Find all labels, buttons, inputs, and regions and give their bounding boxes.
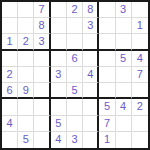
cell-r3c5[interactable] [67, 34, 83, 50]
cell-r1c6[interactable]: 8 [83, 2, 99, 18]
cell-r5c8[interactable] [116, 67, 132, 83]
cell-r4c4[interactable] [51, 51, 67, 67]
cell-r4c5[interactable]: 6 [67, 51, 83, 67]
cell-r9c7[interactable]: 1 [99, 132, 115, 148]
cell-r8c8[interactable] [116, 116, 132, 132]
cell-r6c1[interactable]: 6 [2, 83, 18, 99]
cell-r3c8[interactable] [116, 34, 132, 50]
cell-r5c3[interactable] [34, 67, 50, 83]
cell-r3c3[interactable]: 3 [34, 34, 50, 50]
cell-r1c2[interactable] [18, 2, 34, 18]
cell-r2c2[interactable] [18, 18, 34, 34]
cell-r1c1[interactable] [2, 2, 18, 18]
cell-r3c4[interactable] [51, 34, 67, 50]
cell-r5c7[interactable] [99, 67, 115, 83]
cell-r2c4[interactable] [51, 18, 67, 34]
cell-r9c2[interactable]: 5 [18, 132, 34, 148]
cell-r3c1[interactable]: 1 [2, 34, 18, 50]
cell-r9c3[interactable] [34, 132, 50, 148]
cell-r3c6[interactable] [83, 34, 99, 50]
cell-r8c2[interactable] [18, 116, 34, 132]
cell-r6c7[interactable] [99, 83, 115, 99]
cell-r2c8[interactable] [116, 18, 132, 34]
cell-r6c3[interactable] [34, 83, 50, 99]
cell-r5c4[interactable]: 3 [51, 67, 67, 83]
cell-r2c6[interactable]: 3 [83, 18, 99, 34]
cell-r7c9[interactable]: 2 [132, 99, 148, 115]
cell-r6c9[interactable] [132, 83, 148, 99]
cell-r1c3[interactable]: 7 [34, 2, 50, 18]
cell-r8c9[interactable] [132, 116, 148, 132]
cell-r7c8[interactable]: 4 [116, 99, 132, 115]
cell-r9c8[interactable] [116, 132, 132, 148]
cell-r1c5[interactable]: 2 [67, 2, 83, 18]
cell-r4c9[interactable]: 4 [132, 51, 148, 67]
cell-r6c8[interactable] [116, 83, 132, 99]
cell-r9c1[interactable] [2, 132, 18, 148]
cell-r2c7[interactable] [99, 18, 115, 34]
cell-r1c4[interactable] [51, 2, 67, 18]
cell-r4c7[interactable] [99, 51, 115, 67]
cell-r6c5[interactable]: 5 [67, 83, 83, 99]
cell-r8c7[interactable]: 7 [99, 116, 115, 132]
cell-r5c5[interactable] [67, 67, 83, 83]
cell-r8c5[interactable] [67, 116, 83, 132]
cell-r8c3[interactable] [34, 116, 50, 132]
cell-r5c6[interactable]: 4 [83, 67, 99, 83]
cell-r2c3[interactable]: 8 [34, 18, 50, 34]
cell-r8c4[interactable]: 5 [51, 116, 67, 132]
cell-r7c1[interactable] [2, 99, 18, 115]
cell-r8c1[interactable]: 4 [2, 116, 18, 132]
cell-r1c7[interactable] [99, 2, 115, 18]
cell-r9c4[interactable]: 4 [51, 132, 67, 148]
cell-r4c3[interactable] [34, 51, 50, 67]
cell-r9c9[interactable] [132, 132, 148, 148]
cell-r1c8[interactable]: 3 [116, 2, 132, 18]
cell-r6c2[interactable]: 9 [18, 83, 34, 99]
cell-r3c2[interactable]: 2 [18, 34, 34, 50]
cell-r3c9[interactable] [132, 34, 148, 50]
cell-r7c3[interactable] [34, 99, 50, 115]
cell-r8c6[interactable] [83, 116, 99, 132]
cell-r5c9[interactable]: 7 [132, 67, 148, 83]
cell-r2c5[interactable] [67, 18, 83, 34]
cell-r1c9[interactable] [132, 2, 148, 18]
cell-r2c9[interactable]: 1 [132, 18, 148, 34]
cell-r7c7[interactable]: 5 [99, 99, 115, 115]
cell-r6c4[interactable] [51, 83, 67, 99]
cell-r7c5[interactable] [67, 99, 83, 115]
cell-r6c6[interactable] [83, 83, 99, 99]
cell-r5c2[interactable] [18, 67, 34, 83]
cell-r5c1[interactable]: 2 [2, 67, 18, 83]
cell-r7c6[interactable] [83, 99, 99, 115]
cell-r9c5[interactable]: 3 [67, 132, 83, 148]
cell-r7c2[interactable] [18, 99, 34, 115]
cell-r4c6[interactable] [83, 51, 99, 67]
cell-r9c6[interactable] [83, 132, 99, 148]
cell-r4c1[interactable] [2, 51, 18, 67]
cell-r4c2[interactable] [18, 51, 34, 67]
cell-r3c7[interactable] [99, 34, 115, 50]
cell-r7c4[interactable] [51, 99, 67, 115]
cell-r2c1[interactable] [2, 18, 18, 34]
sudoku-board: 728383112365423476955424575431 [0, 0, 150, 150]
cell-r4c8[interactable]: 5 [116, 51, 132, 67]
